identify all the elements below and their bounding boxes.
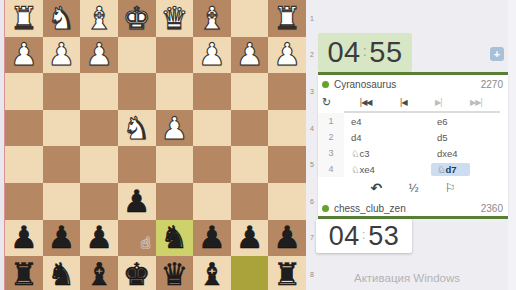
move-1-black[interactable]: e6 [430, 113, 508, 129]
square-d4[interactable]: ♟ [156, 110, 194, 147]
square-a3[interactable] [268, 73, 306, 110]
move-number-2: 2 [318, 129, 344, 145]
move-number-1: 1 [318, 113, 344, 129]
move-4-black[interactable]: ♘d7 [430, 161, 508, 177]
move-list: 1e4e62d4d53♘c3dxe44♘xe4♘d7 [318, 113, 508, 177]
white-knight-e4: ♞ [123, 113, 151, 144]
square-d3[interactable] [156, 73, 194, 110]
offer-draw-button[interactable]: ½ [408, 183, 419, 194]
square-b3[interactable] [231, 73, 269, 110]
square-f2[interactable]: ♟ [80, 37, 118, 74]
square-g2[interactable]: ♟ [43, 37, 81, 74]
black-pawn-e6: ♟ [123, 186, 151, 217]
white-pawn-g2: ♟ [48, 39, 76, 70]
square-c8[interactable]: ♝ [193, 256, 231, 290]
square-g3[interactable] [43, 73, 81, 110]
white-knight-g1: ♞ [48, 3, 76, 34]
move-2-black[interactable]: d5 [430, 129, 508, 145]
right-edge-strip [508, 0, 516, 290]
rank-label-2: 2 [306, 37, 318, 74]
move-3-black[interactable]: dxe4 [430, 145, 508, 161]
chess-game-screen: ♜♞♝♚♛♝♜♟♟♟♟♟♟♞♟♟♟♟♟♞♟♟♟♜♞♝♚♛♝♜ 12345678 … [0, 0, 516, 290]
square-h2[interactable]: ♟ [5, 37, 43, 74]
square-b7[interactable]: ♟ [231, 220, 269, 257]
rank-label-8: 8 [306, 256, 318, 290]
white-pawn-d4: ♟ [160, 113, 188, 144]
square-g7[interactable]: ♟ [43, 220, 81, 257]
square-a2[interactable]: ♟ [268, 37, 306, 74]
square-e4[interactable]: ♞ [118, 110, 156, 147]
square-c3[interactable] [193, 73, 231, 110]
black-pawn-c7: ♟ [198, 222, 226, 253]
player-rating: 2360 [481, 203, 503, 214]
go-first-move-icon[interactable]: |◀◀ [359, 98, 371, 107]
online-dot-icon [322, 205, 329, 212]
square-e2[interactable] [118, 37, 156, 74]
move-4-white[interactable]: ♘xe4 [344, 161, 430, 177]
square-g6[interactable] [43, 183, 81, 220]
white-pawn-h2: ♟ [10, 39, 38, 70]
takeback-button[interactable]: ↶ [370, 181, 382, 195]
player-clock: 04:53 [316, 219, 412, 253]
square-d5[interactable] [156, 146, 194, 183]
opponent-rating: 2270 [481, 79, 503, 90]
square-f5[interactable] [80, 146, 118, 183]
square-g4[interactable] [43, 110, 81, 147]
square-c7[interactable]: ♟ [193, 220, 231, 257]
white-king-e1: ♚ [123, 3, 151, 34]
square-f6[interactable] [80, 183, 118, 220]
black-king-e8: ♚ [123, 259, 151, 290]
go-last-move-icon[interactable]: ▶▶| [470, 98, 482, 107]
give-time-button[interactable]: + [490, 47, 504, 61]
windows-activation-watermark: Активация Windows [354, 272, 460, 284]
square-h5[interactable] [5, 146, 43, 183]
rank-label-1: 1 [306, 0, 318, 37]
mouse-cursor-hand-icon: ☝ [141, 234, 150, 252]
player-row[interactable]: chess_club_zen 2360 [318, 199, 508, 217]
square-c4[interactable] [193, 110, 231, 147]
opponent-player-row[interactable]: Cyranosaurus 2270 [318, 75, 508, 93]
white-pawn-f2: ♟ [85, 39, 113, 70]
square-f8[interactable]: ♝ [80, 256, 118, 290]
black-queen-d8: ♛ [160, 259, 188, 290]
square-b4[interactable] [231, 110, 269, 147]
square-h7[interactable]: ♟ [5, 220, 43, 257]
square-a1[interactable]: ♜ [268, 0, 306, 37]
black-bishop-f8: ♝ [85, 259, 113, 290]
go-next-move-icon[interactable]: ▶| [435, 98, 442, 107]
black-pawn-h7: ♟ [10, 222, 38, 253]
player-name: chess_club_zen [334, 203, 406, 214]
square-f7[interactable]: ♟ [80, 220, 118, 257]
square-d2[interactable] [156, 37, 194, 74]
move-navigation-bar: ↻ |◀◀ |◀ ▶| ▶▶| [318, 93, 482, 111]
square-b1[interactable] [231, 0, 269, 37]
opponent-name: Cyranosaurus [334, 79, 396, 90]
white-queen-d1: ♛ [160, 3, 188, 34]
square-d1[interactable]: ♛ [156, 0, 194, 37]
square-e5[interactable] [118, 146, 156, 183]
square-e3[interactable] [118, 73, 156, 110]
move-3-white[interactable]: ♘c3 [344, 145, 430, 161]
black-knight-g8: ♞ [48, 259, 76, 290]
square-b2[interactable]: ♟ [231, 37, 269, 74]
game-side-panel: Cyranosaurus 2270 ↻ |◀◀ |◀ ▶| ▶▶| 1e4e62… [318, 75, 508, 216]
white-bishop-f1: ♝ [85, 3, 113, 34]
online-dot-icon [322, 81, 329, 88]
move-1-white[interactable]: e4 [344, 113, 430, 129]
chess-board[interactable]: ♜♞♝♚♛♝♜♟♟♟♟♟♟♞♟♟♟♟♟♞♟♟♟♜♞♝♚♛♝♜ [5, 0, 306, 290]
square-c6[interactable] [193, 183, 231, 220]
white-pawn-a2: ♟ [273, 39, 301, 70]
square-h1[interactable]: ♜ [5, 0, 43, 37]
replay-cycle-icon[interactable]: ↻ [322, 96, 331, 109]
square-h4[interactable] [5, 110, 43, 147]
square-f1[interactable]: ♝ [80, 0, 118, 37]
square-d8[interactable]: ♛ [156, 256, 194, 290]
game-action-buttons: ↶ ½ ⚐ [318, 177, 508, 199]
white-rook-a1: ♜ [273, 3, 301, 34]
white-rook-h1: ♜ [10, 3, 38, 34]
square-c1[interactable]: ♝ [193, 0, 231, 37]
square-h6[interactable] [5, 183, 43, 220]
move-number-4: 4 [318, 161, 344, 177]
square-g8[interactable]: ♞ [43, 256, 81, 290]
square-f4[interactable] [80, 110, 118, 147]
rank-label-3: 3 [306, 73, 318, 110]
black-pawn-f7: ♟ [85, 222, 113, 253]
square-a6[interactable] [268, 183, 306, 220]
go-previous-move-icon[interactable]: |◀ [400, 98, 407, 107]
square-d7[interactable]: ♞ [156, 220, 194, 257]
square-c5[interactable] [193, 146, 231, 183]
resign-flag-button[interactable]: ⚐ [445, 182, 456, 194]
black-rook-h8: ♜ [10, 259, 38, 290]
black-knight-d7: ♞ [160, 222, 188, 253]
square-a8[interactable]: ♜ [268, 256, 306, 290]
square-f3[interactable] [80, 73, 118, 110]
square-h8[interactable]: ♜ [5, 256, 43, 290]
square-e1[interactable]: ♚ [118, 0, 156, 37]
square-d6[interactable] [156, 183, 194, 220]
black-pawn-b7: ♟ [236, 222, 264, 253]
square-a7[interactable]: ♟ [268, 220, 306, 257]
black-rook-a8: ♜ [273, 259, 301, 290]
white-pawn-c2: ♟ [198, 39, 226, 70]
square-g5[interactable] [43, 146, 81, 183]
black-pawn-g7: ♟ [48, 222, 76, 253]
square-a5[interactable] [268, 146, 306, 183]
white-bishop-c1: ♝ [198, 3, 226, 34]
opponent-clock: 04:55 [318, 33, 412, 72]
black-pawn-a7: ♟ [273, 222, 301, 253]
rank-label-6: 6 [306, 183, 318, 220]
rank-label-5: 5 [306, 146, 318, 183]
white-pawn-b2: ♟ [236, 39, 264, 70]
square-e8[interactable]: ♚ [118, 256, 156, 290]
square-g1[interactable]: ♞ [43, 0, 81, 37]
move-number-3: 3 [318, 145, 344, 161]
square-b6[interactable] [231, 183, 269, 220]
black-bishop-c8: ♝ [198, 259, 226, 290]
square-h3[interactable] [5, 73, 43, 110]
square-b5[interactable] [231, 146, 269, 183]
square-a4[interactable] [268, 110, 306, 147]
square-b8[interactable] [231, 256, 269, 290]
move-2-white[interactable]: d4 [344, 129, 430, 145]
current-move[interactable]: ♘d7 [431, 163, 470, 176]
rank-label-4: 4 [306, 110, 318, 147]
square-e6[interactable]: ♟ [118, 183, 156, 220]
square-c2[interactable]: ♟ [193, 37, 231, 74]
